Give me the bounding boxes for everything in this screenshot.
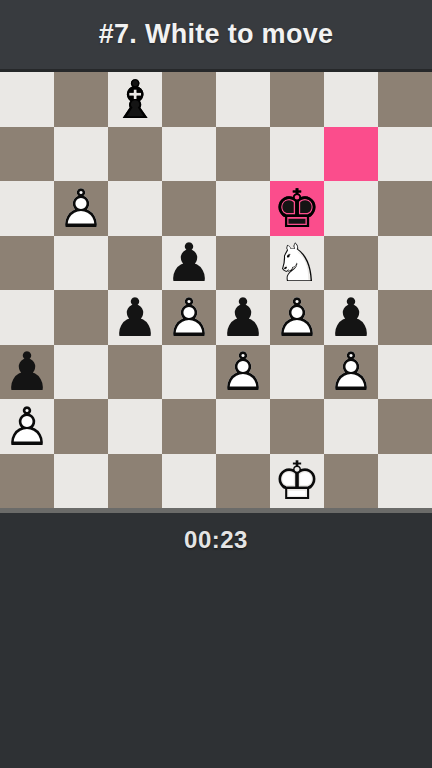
black-pawn[interactable]: ♟	[216, 290, 270, 345]
square-h6[interactable]	[378, 181, 432, 236]
square-d8[interactable]	[162, 72, 216, 127]
square-f3[interactable]	[270, 345, 324, 400]
square-g2[interactable]	[324, 399, 378, 454]
square-c4[interactable]: ♟	[108, 290, 162, 345]
white-pawn-outline-icon: ♙	[162, 290, 216, 345]
black-pawn[interactable]: ♟	[162, 236, 216, 291]
square-h3[interactable]	[378, 345, 432, 400]
square-b7[interactable]	[54, 127, 108, 182]
square-c8[interactable]: ♝♗	[108, 72, 162, 127]
square-h1[interactable]	[378, 454, 432, 509]
square-e7[interactable]	[216, 127, 270, 182]
square-h8[interactable]	[378, 72, 432, 127]
square-a3[interactable]: ♟	[0, 345, 54, 400]
black-pawn[interactable]: ♟	[0, 345, 54, 400]
square-d7[interactable]	[162, 127, 216, 182]
square-e5[interactable]	[216, 236, 270, 291]
square-d5[interactable]: ♟	[162, 236, 216, 291]
square-f7[interactable]	[270, 127, 324, 182]
white-pawn-outline-icon: ♙	[54, 181, 108, 236]
square-b1[interactable]	[54, 454, 108, 509]
timer: 00:23	[0, 526, 432, 554]
square-f1[interactable]: ♚♔	[270, 454, 324, 509]
square-e1[interactable]	[216, 454, 270, 509]
square-a5[interactable]	[0, 236, 54, 291]
black-bishop[interactable]: ♝♗	[108, 72, 162, 127]
square-b2[interactable]	[54, 399, 108, 454]
black-pawn[interactable]: ♟	[324, 290, 378, 345]
square-f5[interactable]: ♞♘	[270, 236, 324, 291]
white-pawn-outline-icon: ♙	[324, 345, 378, 400]
square-a4[interactable]	[0, 290, 54, 345]
square-b6[interactable]: ♟♙	[54, 181, 108, 236]
title-bar: #7. White to move	[0, 0, 432, 72]
square-f2[interactable]	[270, 399, 324, 454]
square-a2[interactable]: ♟♙	[0, 399, 54, 454]
square-c6[interactable]	[108, 181, 162, 236]
square-c1[interactable]	[108, 454, 162, 509]
black-pawn[interactable]: ♟	[108, 290, 162, 345]
square-g8[interactable]	[324, 72, 378, 127]
square-f6[interactable]: ♚♔	[270, 181, 324, 236]
black-king-outline-icon: ♔	[270, 181, 324, 236]
white-pawn-outline-icon: ♙	[216, 345, 270, 400]
square-g1[interactable]	[324, 454, 378, 509]
page-title: #7. White to move	[99, 19, 334, 50]
chess-puzzle-app: #7. White to move ♝♗♟♙♚♔♟♞♘♟♟♙♟♟♙♟♟♟♙♟♙♟…	[0, 0, 432, 554]
square-g6[interactable]	[324, 181, 378, 236]
square-b3[interactable]	[54, 345, 108, 400]
white-pawn[interactable]: ♟♙	[324, 345, 378, 400]
square-h2[interactable]	[378, 399, 432, 454]
white-pawn-outline-icon: ♙	[0, 399, 54, 454]
square-e8[interactable]	[216, 72, 270, 127]
white-pawn[interactable]: ♟♙	[270, 290, 324, 345]
square-c3[interactable]	[108, 345, 162, 400]
chess-board: ♝♗♟♙♚♔♟♞♘♟♟♙♟♟♙♟♟♟♙♟♙♟♙♚♔	[0, 72, 432, 508]
white-king[interactable]: ♚♔	[270, 454, 324, 509]
white-pawn[interactable]: ♟♙	[54, 181, 108, 236]
square-a7[interactable]	[0, 127, 54, 182]
square-d6[interactable]	[162, 181, 216, 236]
board-bottom-edge	[0, 508, 432, 513]
square-g4[interactable]: ♟	[324, 290, 378, 345]
square-e3[interactable]: ♟♙	[216, 345, 270, 400]
square-c5[interactable]	[108, 236, 162, 291]
white-pawn[interactable]: ♟♙	[162, 290, 216, 345]
square-h5[interactable]	[378, 236, 432, 291]
square-d4[interactable]: ♟♙	[162, 290, 216, 345]
black-pawn-icon: ♟	[216, 290, 270, 345]
square-a1[interactable]	[0, 454, 54, 509]
square-f4[interactable]: ♟♙	[270, 290, 324, 345]
white-pawn[interactable]: ♟♙	[216, 345, 270, 400]
square-h4[interactable]	[378, 290, 432, 345]
white-king-outline-icon: ♔	[270, 454, 324, 509]
square-g5[interactable]	[324, 236, 378, 291]
square-h7[interactable]	[378, 127, 432, 182]
square-a8[interactable]	[0, 72, 54, 127]
white-knight-outline-icon: ♘	[270, 236, 324, 291]
black-pawn-icon: ♟	[324, 290, 378, 345]
square-b8[interactable]	[54, 72, 108, 127]
square-a6[interactable]	[0, 181, 54, 236]
black-king[interactable]: ♚♔	[270, 181, 324, 236]
square-d3[interactable]	[162, 345, 216, 400]
square-b4[interactable]	[54, 290, 108, 345]
square-c7[interactable]	[108, 127, 162, 182]
black-pawn-icon: ♟	[108, 290, 162, 345]
square-d1[interactable]	[162, 454, 216, 509]
square-g7[interactable]	[324, 127, 378, 182]
white-pawn-outline-icon: ♙	[270, 290, 324, 345]
white-knight[interactable]: ♞♘	[270, 236, 324, 291]
square-b5[interactable]	[54, 236, 108, 291]
square-g3[interactable]: ♟♙	[324, 345, 378, 400]
black-bishop-outline-icon: ♗	[108, 72, 162, 127]
square-f8[interactable]	[270, 72, 324, 127]
white-pawn[interactable]: ♟♙	[0, 399, 54, 454]
black-pawn-icon: ♟	[0, 345, 54, 400]
black-pawn-icon: ♟	[162, 236, 216, 291]
square-d2[interactable]	[162, 399, 216, 454]
square-c2[interactable]	[108, 399, 162, 454]
square-e6[interactable]	[216, 181, 270, 236]
square-e4[interactable]: ♟	[216, 290, 270, 345]
square-e2[interactable]	[216, 399, 270, 454]
